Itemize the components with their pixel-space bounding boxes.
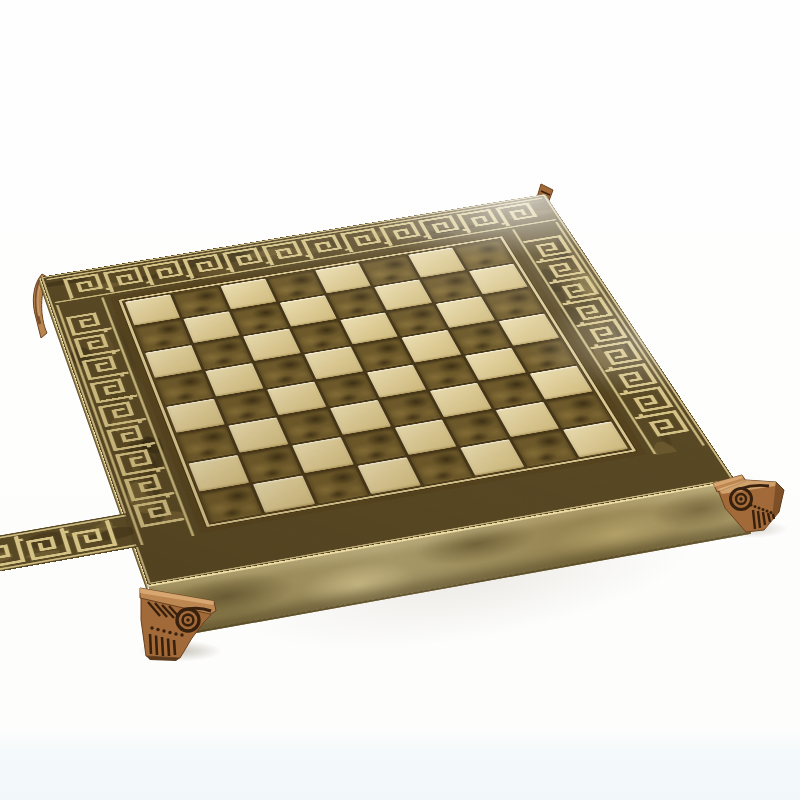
ionic-capital-carving	[712, 472, 788, 538]
greek-key-pattern	[0, 513, 139, 653]
meander-border-bottom	[0, 513, 139, 653]
chess-board	[0, 0, 800, 800]
board-foot-front	[136, 576, 220, 662]
board-foot-right	[712, 472, 788, 538]
chess-board-product-photo	[0, 0, 800, 800]
ionic-capital-carving	[136, 576, 220, 662]
